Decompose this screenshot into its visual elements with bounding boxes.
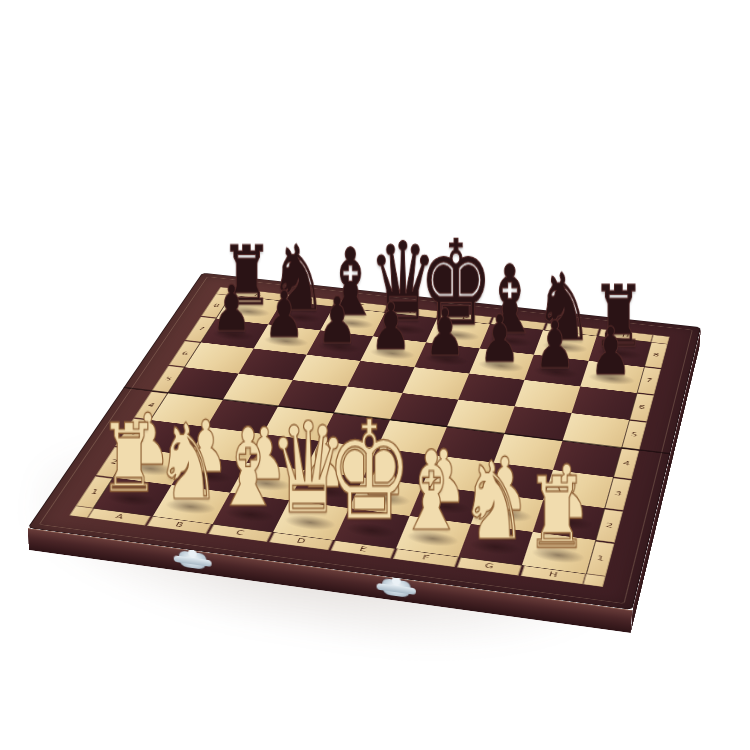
scene: ABCDEFGH ABCDEFGH 87654321 87654321 ♜♞♝♛… [0, 0, 750, 750]
chess-board: ABCDEFGH ABCDEFGH 87654321 87654321 ♜♞♝♛… [27, 273, 701, 610]
piece-glyph: ♜ [504, 469, 610, 560]
chess-set-photo: ABCDEFGH ABCDEFGH 87654321 87654321 ♜♞♝♛… [0, 0, 750, 750]
front-clasp-left [178, 550, 206, 570]
front-clasp-right [382, 578, 411, 598]
